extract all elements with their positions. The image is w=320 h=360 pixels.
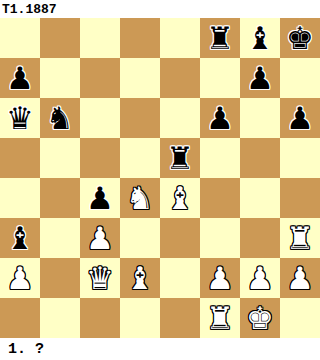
piece-black-bishop: ♝ xyxy=(6,218,34,258)
piece-black-bishop: ♝ xyxy=(246,18,274,58)
square-f5[interactable] xyxy=(200,138,240,178)
square-g2[interactable]: ♟ xyxy=(240,258,280,298)
piece-black-pawn: ♟ xyxy=(246,58,274,98)
square-f8[interactable]: ♜ xyxy=(200,18,240,58)
puzzle-id-label: T1.1887 xyxy=(0,2,57,17)
square-b7[interactable] xyxy=(40,58,80,98)
piece-white-pawn: ♟ xyxy=(86,218,114,258)
square-b3[interactable] xyxy=(40,218,80,258)
piece-white-bishop: ♝ xyxy=(126,258,154,298)
piece-white-king: ♚ xyxy=(246,298,274,338)
square-d2[interactable]: ♝ xyxy=(120,258,160,298)
square-c8[interactable] xyxy=(80,18,120,58)
square-e6[interactable] xyxy=(160,98,200,138)
piece-white-rook: ♜ xyxy=(286,218,314,258)
square-e2[interactable] xyxy=(160,258,200,298)
chess-board: ♜♝♚♟♟♛♞♟♟♜♟♞♝♝♟♜♟♛♝♟♟♟♜♚ xyxy=(0,18,320,338)
square-b6[interactable]: ♞ xyxy=(40,98,80,138)
move-prompt-label: 1. ? xyxy=(0,341,44,358)
square-b5[interactable] xyxy=(40,138,80,178)
square-e8[interactable] xyxy=(160,18,200,58)
square-c5[interactable] xyxy=(80,138,120,178)
square-h6[interactable]: ♟ xyxy=(280,98,320,138)
square-a7[interactable]: ♟ xyxy=(0,58,40,98)
title-bar: T1.1887 xyxy=(0,0,320,18)
square-f3[interactable] xyxy=(200,218,240,258)
piece-black-pawn: ♟ xyxy=(6,58,34,98)
square-h8[interactable]: ♚ xyxy=(280,18,320,58)
piece-white-rook: ♜ xyxy=(206,298,234,338)
square-c6[interactable] xyxy=(80,98,120,138)
square-b2[interactable] xyxy=(40,258,80,298)
square-h2[interactable]: ♟ xyxy=(280,258,320,298)
square-g5[interactable] xyxy=(240,138,280,178)
piece-black-pawn: ♟ xyxy=(206,98,234,138)
square-c3[interactable]: ♟ xyxy=(80,218,120,258)
square-d6[interactable] xyxy=(120,98,160,138)
piece-black-knight: ♞ xyxy=(46,98,74,138)
square-e5[interactable]: ♜ xyxy=(160,138,200,178)
piece-white-pawn: ♟ xyxy=(246,258,274,298)
square-c7[interactable] xyxy=(80,58,120,98)
square-g3[interactable] xyxy=(240,218,280,258)
square-e4[interactable]: ♝ xyxy=(160,178,200,218)
square-h5[interactable] xyxy=(280,138,320,178)
square-b4[interactable] xyxy=(40,178,80,218)
square-e1[interactable] xyxy=(160,298,200,338)
piece-black-pawn: ♟ xyxy=(86,178,114,218)
square-d4[interactable]: ♞ xyxy=(120,178,160,218)
square-d7[interactable] xyxy=(120,58,160,98)
piece-black-king: ♚ xyxy=(286,18,314,58)
piece-black-pawn: ♟ xyxy=(286,98,314,138)
piece-white-pawn: ♟ xyxy=(6,258,34,298)
square-a6[interactable]: ♛ xyxy=(0,98,40,138)
piece-black-rook: ♜ xyxy=(166,138,194,178)
square-g6[interactable] xyxy=(240,98,280,138)
piece-black-rook: ♜ xyxy=(206,18,234,58)
square-f7[interactable] xyxy=(200,58,240,98)
square-d3[interactable] xyxy=(120,218,160,258)
square-h4[interactable] xyxy=(280,178,320,218)
square-f2[interactable]: ♟ xyxy=(200,258,240,298)
square-h3[interactable]: ♜ xyxy=(280,218,320,258)
square-a5[interactable] xyxy=(0,138,40,178)
square-d5[interactable] xyxy=(120,138,160,178)
square-d1[interactable] xyxy=(120,298,160,338)
square-b8[interactable] xyxy=(40,18,80,58)
square-g7[interactable]: ♟ xyxy=(240,58,280,98)
square-c4[interactable]: ♟ xyxy=(80,178,120,218)
square-b1[interactable] xyxy=(40,298,80,338)
square-a2[interactable]: ♟ xyxy=(0,258,40,298)
piece-white-bishop: ♝ xyxy=(166,178,194,218)
square-f4[interactable] xyxy=(200,178,240,218)
piece-white-pawn: ♟ xyxy=(286,258,314,298)
square-f6[interactable]: ♟ xyxy=(200,98,240,138)
square-a4[interactable] xyxy=(0,178,40,218)
square-e3[interactable] xyxy=(160,218,200,258)
square-h7[interactable] xyxy=(280,58,320,98)
square-a3[interactable]: ♝ xyxy=(0,218,40,258)
piece-white-pawn: ♟ xyxy=(206,258,234,298)
square-c2[interactable]: ♛ xyxy=(80,258,120,298)
square-c1[interactable] xyxy=(80,298,120,338)
status-bar: 1. ? xyxy=(0,338,320,360)
square-g8[interactable]: ♝ xyxy=(240,18,280,58)
square-g4[interactable] xyxy=(240,178,280,218)
square-f1[interactable]: ♜ xyxy=(200,298,240,338)
square-a8[interactable] xyxy=(0,18,40,58)
piece-white-queen: ♛ xyxy=(86,258,114,298)
square-e7[interactable] xyxy=(160,58,200,98)
piece-white-knight: ♞ xyxy=(126,178,154,218)
square-d8[interactable] xyxy=(120,18,160,58)
square-h1[interactable] xyxy=(280,298,320,338)
square-g1[interactable]: ♚ xyxy=(240,298,280,338)
piece-black-queen: ♛ xyxy=(6,98,34,138)
square-a1[interactable] xyxy=(0,298,40,338)
